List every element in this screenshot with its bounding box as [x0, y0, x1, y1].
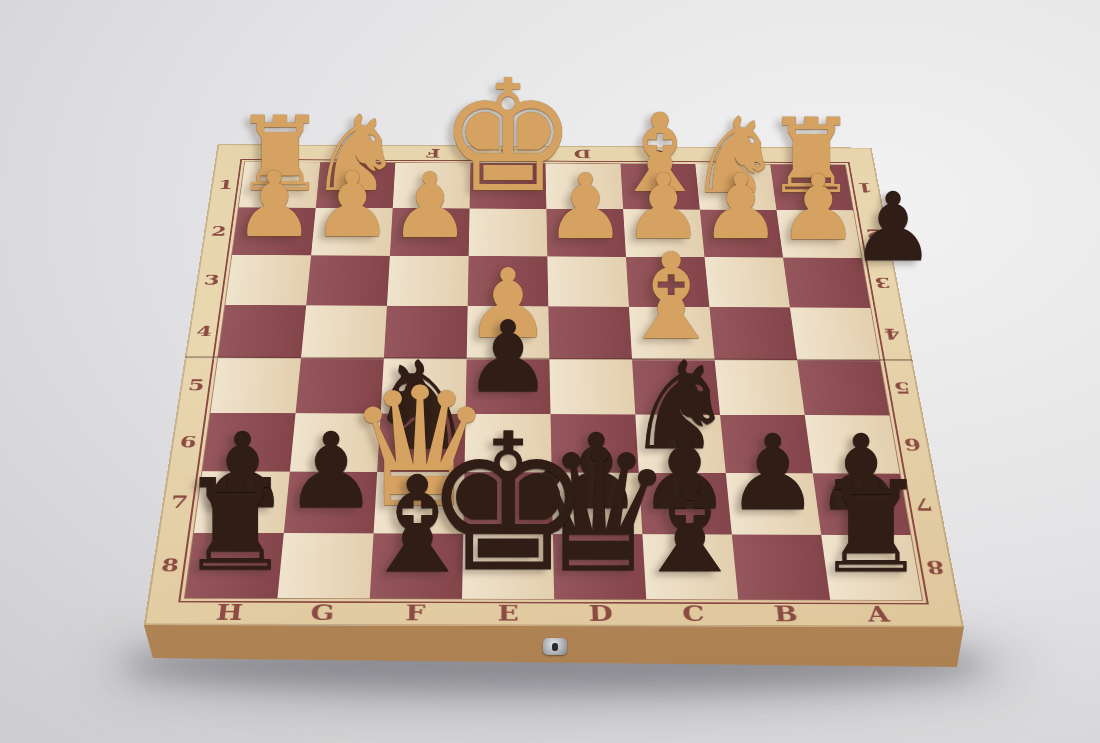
- square-h5[interactable]: [210, 358, 301, 414]
- rank-label-right-8: 8: [925, 557, 946, 578]
- file-label-bottom-E: E: [497, 601, 518, 624]
- square-c5[interactable]: [632, 359, 720, 415]
- square-f6[interactable]: [377, 414, 465, 473]
- rank-label-left-8: 8: [160, 554, 181, 575]
- rank-label-left-2: 2: [210, 223, 227, 238]
- square-a1[interactable]: [770, 165, 853, 211]
- square-e7[interactable]: [463, 472, 553, 534]
- rank-label-right-7: 7: [913, 494, 934, 514]
- rank-label-left-6: 6: [179, 432, 198, 451]
- square-b3[interactable]: [705, 257, 790, 307]
- square-d6[interactable]: [550, 414, 638, 473]
- square-f1[interactable]: [393, 163, 471, 209]
- square-c3[interactable]: [626, 257, 709, 307]
- square-c2[interactable]: [623, 209, 704, 257]
- square-e3[interactable]: [468, 256, 549, 306]
- file-label-top-E: E: [500, 146, 515, 160]
- square-f2[interactable]: [390, 208, 470, 256]
- square-c8[interactable]: [642, 534, 738, 599]
- rank-label-left-1: 1: [217, 177, 234, 192]
- square-g4[interactable]: [301, 305, 387, 358]
- square-a5[interactable]: [797, 360, 889, 416]
- square-h6[interactable]: [202, 413, 295, 472]
- file-label-top-H: H: [273, 145, 294, 159]
- square-a7[interactable]: [813, 473, 911, 535]
- square-f4[interactable]: [384, 306, 468, 359]
- rank-label-left-7: 7: [169, 492, 189, 512]
- square-a6[interactable]: [805, 415, 900, 474]
- rank-label-right-3: 3: [873, 275, 891, 291]
- square-d3[interactable]: [547, 256, 629, 306]
- square-f7[interactable]: [374, 472, 465, 534]
- square-h8[interactable]: [185, 533, 284, 598]
- square-a8[interactable]: [821, 535, 922, 600]
- square-b4[interactable]: [709, 307, 797, 360]
- file-label-bottom-D: D: [588, 602, 613, 625]
- file-label-top-A: A: [797, 148, 815, 162]
- square-e2[interactable]: [469, 209, 548, 257]
- square-g1[interactable]: [316, 162, 396, 208]
- file-label-top-F: F: [426, 146, 441, 160]
- square-d2[interactable]: [546, 209, 626, 257]
- rank-label-left-3: 3: [203, 272, 221, 288]
- rank-label-right-6: 6: [903, 435, 923, 454]
- square-h4[interactable]: [218, 305, 306, 358]
- square-f5[interactable]: [381, 358, 467, 414]
- square-b8[interactable]: [732, 535, 830, 600]
- square-b1[interactable]: [695, 164, 776, 210]
- file-label-bottom-A: A: [866, 602, 891, 625]
- square-e1[interactable]: [470, 163, 547, 209]
- square-g8[interactable]: [277, 533, 373, 598]
- file-label-top-D: D: [574, 147, 592, 161]
- square-d5[interactable]: [549, 359, 635, 415]
- rank-label-left-4: 4: [195, 322, 213, 339]
- square-c6[interactable]: [635, 415, 725, 474]
- file-label-top-G: G: [349, 146, 367, 160]
- rank-label-right-4: 4: [883, 325, 902, 342]
- square-g3[interactable]: [306, 255, 390, 305]
- square-d1[interactable]: [545, 164, 623, 210]
- square-e4[interactable]: [467, 306, 550, 359]
- file-label-bottom-B: B: [773, 602, 799, 625]
- square-a4[interactable]: [790, 307, 880, 360]
- square-g6[interactable]: [290, 413, 381, 472]
- file-label-bottom-G: G: [310, 601, 336, 624]
- square-e6[interactable]: [464, 414, 551, 473]
- rank-label-left-5: 5: [187, 376, 206, 394]
- rank-label-right-1: 1: [856, 180, 873, 195]
- square-b6[interactable]: [720, 415, 813, 474]
- square-d4[interactable]: [548, 306, 632, 359]
- square-d8[interactable]: [553, 534, 646, 599]
- square-c7[interactable]: [639, 473, 732, 535]
- square-h7[interactable]: [194, 471, 290, 533]
- square-c1[interactable]: [620, 164, 699, 210]
- square-e5[interactable]: [466, 359, 551, 415]
- chess-board: 1122334455667788HHGGFFEEDDCCBBAA: [144, 144, 964, 627]
- square-b5[interactable]: [715, 360, 805, 416]
- square-h3[interactable]: [225, 255, 311, 305]
- file-label-bottom-H: H: [215, 601, 244, 624]
- file-label-bottom-F: F: [405, 601, 426, 624]
- file-label-top-B: B: [722, 148, 740, 162]
- square-f3[interactable]: [387, 256, 469, 306]
- board-squares-grid: [185, 162, 922, 600]
- board-latch-icon: [543, 638, 567, 655]
- file-label-bottom-C: C: [681, 602, 705, 625]
- rank-label-right-2: 2: [865, 226, 883, 241]
- file-label-top-C: C: [649, 147, 666, 161]
- square-d7[interactable]: [552, 472, 643, 534]
- scene: 1122334455667788HHGGFFEEDDCCBBAA ♜♞♝♚♞♜♟…: [0, 0, 1100, 743]
- square-g5[interactable]: [296, 358, 384, 414]
- square-e8[interactable]: [462, 534, 554, 599]
- square-a3[interactable]: [783, 258, 870, 308]
- square-a2[interactable]: [776, 210, 861, 258]
- rank-label-right-5: 5: [892, 379, 911, 397]
- square-g7[interactable]: [284, 472, 377, 534]
- square-c4[interactable]: [629, 307, 715, 360]
- square-b2[interactable]: [700, 210, 783, 258]
- square-g2[interactable]: [311, 208, 393, 256]
- square-f8[interactable]: [370, 533, 464, 598]
- square-h2[interactable]: [232, 207, 316, 255]
- square-b7[interactable]: [726, 473, 821, 535]
- square-h1[interactable]: [239, 162, 320, 208]
